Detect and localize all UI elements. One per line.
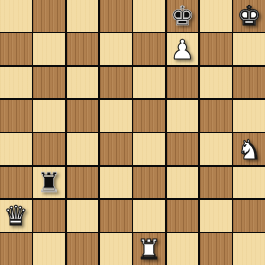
square-b4[interactable] [33, 133, 65, 165]
square-f4[interactable] [167, 133, 199, 165]
square-c1[interactable] [67, 233, 99, 265]
square-h7[interactable] [233, 33, 265, 65]
square-c6[interactable] [67, 67, 99, 99]
square-a4[interactable] [0, 133, 32, 165]
square-h6[interactable] [233, 67, 265, 99]
square-g6[interactable] [200, 67, 232, 99]
piece-black-rook[interactable]: ♜ [37, 169, 61, 196]
square-c4[interactable] [67, 133, 99, 165]
square-g4[interactable] [200, 133, 232, 165]
square-a6[interactable] [0, 67, 32, 99]
square-d4[interactable] [100, 133, 132, 165]
square-a7[interactable] [0, 33, 32, 65]
square-d7[interactable] [100, 33, 132, 65]
square-h5[interactable] [233, 100, 265, 132]
square-e2[interactable] [133, 200, 165, 232]
square-f1[interactable] [167, 233, 199, 265]
piece-white-knight[interactable]: ♞ [237, 136, 261, 163]
piece-white-pawn[interactable]: ♟ [170, 36, 194, 63]
square-c2[interactable] [67, 200, 99, 232]
square-e6[interactable] [133, 67, 165, 99]
square-a2[interactable]: ♛ [0, 200, 32, 232]
square-d1[interactable] [100, 233, 132, 265]
square-b6[interactable] [33, 67, 65, 99]
square-g8[interactable] [200, 0, 232, 32]
square-a5[interactable] [0, 100, 32, 132]
square-c7[interactable] [67, 33, 99, 65]
square-f8[interactable]: ♚ [167, 0, 199, 32]
square-h3[interactable] [233, 167, 265, 199]
square-d3[interactable] [100, 167, 132, 199]
square-d8[interactable] [100, 0, 132, 32]
square-e8[interactable] [133, 0, 165, 32]
square-g5[interactable] [200, 100, 232, 132]
square-g1[interactable] [200, 233, 232, 265]
square-h8[interactable]: ♚ [233, 0, 265, 32]
square-e7[interactable] [133, 33, 165, 65]
square-b1[interactable] [33, 233, 65, 265]
square-b7[interactable] [33, 33, 65, 65]
piece-white-king[interactable]: ♚ [237, 2, 261, 29]
square-f3[interactable] [167, 167, 199, 199]
square-f2[interactable] [167, 200, 199, 232]
square-h2[interactable] [233, 200, 265, 232]
square-e4[interactable] [133, 133, 165, 165]
square-a8[interactable] [0, 0, 32, 32]
chess-board: ♚♚♟♞♜♛♜ [0, 0, 265, 265]
square-b8[interactable] [33, 0, 65, 32]
piece-white-queen[interactable]: ♛ [4, 202, 28, 229]
square-b2[interactable] [33, 200, 65, 232]
square-c5[interactable] [67, 100, 99, 132]
screenshot-stage: ♚♚♟♞♜♛♜ [0, 0, 265, 265]
square-c8[interactable] [67, 0, 99, 32]
square-e3[interactable] [133, 167, 165, 199]
square-h1[interactable] [233, 233, 265, 265]
square-e5[interactable] [133, 100, 165, 132]
square-d5[interactable] [100, 100, 132, 132]
square-f5[interactable] [167, 100, 199, 132]
square-b5[interactable] [33, 100, 65, 132]
square-a1[interactable] [0, 233, 32, 265]
square-h4[interactable]: ♞ [233, 133, 265, 165]
square-f6[interactable] [167, 67, 199, 99]
square-c3[interactable] [67, 167, 99, 199]
square-a3[interactable] [0, 167, 32, 199]
piece-black-king[interactable]: ♚ [170, 2, 194, 29]
square-b3[interactable]: ♜ [33, 167, 65, 199]
square-e1[interactable]: ♜ [133, 233, 165, 265]
square-d6[interactable] [100, 67, 132, 99]
square-d2[interactable] [100, 200, 132, 232]
square-g2[interactable] [200, 200, 232, 232]
square-g3[interactable] [200, 167, 232, 199]
piece-white-rook[interactable]: ♜ [137, 236, 161, 263]
square-g7[interactable] [200, 33, 232, 65]
square-f7[interactable]: ♟ [167, 33, 199, 65]
